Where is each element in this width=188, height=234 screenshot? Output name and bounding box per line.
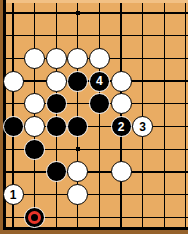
stone-number-label: 2	[118, 121, 125, 133]
go-stone-black[interactable]	[3, 116, 24, 137]
go-stone-white[interactable]	[46, 71, 67, 92]
star-point	[76, 11, 80, 15]
stone-number-label: 1	[10, 189, 17, 201]
go-stone-black[interactable]	[89, 93, 110, 114]
go-stone-white[interactable]	[67, 161, 88, 182]
stone-number-label: 3	[139, 121, 146, 133]
go-stone-white[interactable]: 3	[132, 116, 153, 137]
go-stone-white[interactable]	[89, 48, 110, 69]
go-stone-black[interactable]	[67, 71, 88, 92]
go-stone-white[interactable]	[24, 116, 45, 137]
go-stone-white[interactable]	[111, 161, 132, 182]
go-stone-white[interactable]	[111, 71, 132, 92]
go-stone-black[interactable]	[24, 207, 45, 228]
go-stone-white[interactable]	[46, 48, 67, 69]
grid-line-horizontal	[4, 194, 188, 195]
star-point	[76, 147, 80, 151]
go-stone-black[interactable]	[67, 116, 88, 137]
go-stone-black[interactable]: 2	[111, 116, 132, 137]
go-stone-black[interactable]: 4	[89, 71, 110, 92]
go-stone-black[interactable]	[24, 139, 45, 160]
go-stone-black[interactable]	[46, 116, 67, 137]
go-stone-white[interactable]	[24, 48, 45, 69]
go-stone-black[interactable]	[46, 93, 67, 114]
go-stone-black[interactable]	[46, 161, 67, 182]
go-board[interactable]: 4231	[0, 0, 188, 234]
grid-line-horizontal	[4, 12, 188, 13]
go-stone-white[interactable]: 1	[3, 184, 24, 205]
circle-marker	[28, 211, 41, 224]
go-stone-white[interactable]	[111, 93, 132, 114]
board-wood-side-bottom	[0, 230, 188, 234]
stone-number-label: 4	[96, 75, 103, 87]
grid-line-horizontal	[4, 35, 188, 36]
go-stone-white[interactable]	[67, 184, 88, 205]
board-top-crop-highlight	[0, 0, 188, 3]
go-stone-white[interactable]	[3, 71, 24, 92]
go-stone-white[interactable]	[67, 48, 88, 69]
go-stone-white[interactable]	[24, 93, 45, 114]
grid-line-horizontal	[4, 171, 188, 172]
